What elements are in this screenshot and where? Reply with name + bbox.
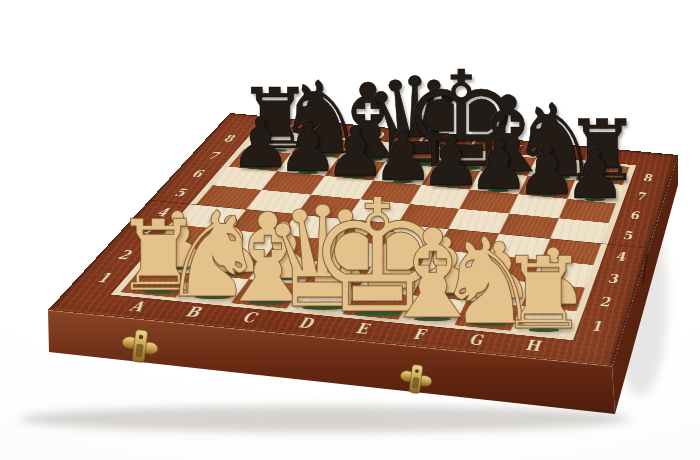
pieces-layer: ♜♞♝♛♚♝♞♜♟♟♟♟♟♟♟♟♟♟♟♟♟♟♟♟♜♞♝♛♚♝♞♜ (0, 0, 700, 460)
piece-white-rook[interactable]: ♜ (494, 258, 594, 329)
piece-black-pawn[interactable]: ♟ (560, 150, 629, 200)
photo-canvas: 88AA77BB66CC55DD44EE33FF22GG11HH ♜♞♝♛♚♝♞… (0, 0, 700, 460)
